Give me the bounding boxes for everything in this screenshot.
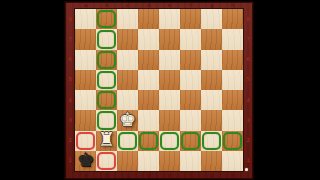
rank-label-6: 6 xyxy=(243,50,253,70)
square-a5[interactable] xyxy=(75,70,96,90)
square-f8[interactable] xyxy=(180,9,201,29)
file-label-f: f xyxy=(180,2,201,9)
file-label-c: c xyxy=(117,171,138,179)
green-move-highlight xyxy=(160,132,179,150)
rank-label-8: 8 xyxy=(243,9,253,29)
square-b4[interactable] xyxy=(96,90,117,110)
square-h3[interactable] xyxy=(222,110,243,130)
square-f1[interactable] xyxy=(180,151,201,171)
file-labels-bottom: abcdefgh xyxy=(75,171,243,179)
rank-label-5: 5 xyxy=(243,70,253,90)
square-c7[interactable] xyxy=(117,29,138,49)
square-b5[interactable] xyxy=(96,70,117,90)
square-g2[interactable] xyxy=(201,131,222,151)
square-g4[interactable] xyxy=(201,90,222,110)
green-move-highlight xyxy=(97,51,116,69)
file-label-f: f xyxy=(180,171,201,179)
square-e5[interactable] xyxy=(159,70,180,90)
square-c8[interactable] xyxy=(117,9,138,29)
square-e3[interactable] xyxy=(159,110,180,130)
square-f7[interactable] xyxy=(180,29,201,49)
rank-label-2: 2 xyxy=(243,131,253,151)
green-move-highlight xyxy=(139,132,158,150)
file-labels-top: abcdefgh xyxy=(75,2,243,9)
rank-label-4: 4 xyxy=(65,90,75,110)
file-label-e: e xyxy=(159,171,180,179)
square-f6[interactable] xyxy=(180,50,201,70)
square-b2[interactable]: ♜ xyxy=(96,131,117,151)
file-label-e: e xyxy=(159,2,180,9)
rank-label-3: 3 xyxy=(243,110,253,130)
frame-corner-dot xyxy=(245,168,248,171)
file-label-d: d xyxy=(138,171,159,179)
square-d4[interactable] xyxy=(138,90,159,110)
green-move-highlight xyxy=(97,91,116,109)
square-h7[interactable] xyxy=(222,29,243,49)
file-label-h: h xyxy=(222,2,243,9)
square-b7[interactable] xyxy=(96,29,117,49)
square-a4[interactable] xyxy=(75,90,96,110)
green-move-highlight xyxy=(97,111,116,129)
square-a8[interactable] xyxy=(75,9,96,29)
square-d2[interactable] xyxy=(138,131,159,151)
square-d1[interactable] xyxy=(138,151,159,171)
rank-label-4: 4 xyxy=(243,90,253,110)
square-e6[interactable] xyxy=(159,50,180,70)
rank-label-2: 2 xyxy=(65,131,75,151)
square-d3[interactable] xyxy=(138,110,159,130)
square-e7[interactable] xyxy=(159,29,180,49)
app-background: abcdefgh abcdefgh 87654321 87654321 ♚♜♚ xyxy=(0,0,320,180)
square-g3[interactable] xyxy=(201,110,222,130)
board-frame: abcdefgh abcdefgh 87654321 87654321 ♚♜♚ xyxy=(65,2,253,179)
file-label-a: a xyxy=(75,171,96,179)
file-label-b: b xyxy=(96,171,117,179)
square-h2[interactable] xyxy=(222,131,243,151)
square-b8[interactable] xyxy=(96,9,117,29)
square-g5[interactable] xyxy=(201,70,222,90)
square-b6[interactable] xyxy=(96,50,117,70)
white-rook[interactable]: ♜ xyxy=(96,129,117,149)
square-a6[interactable] xyxy=(75,50,96,70)
file-label-a: a xyxy=(75,2,96,9)
rank-label-1: 1 xyxy=(65,151,75,171)
square-c3[interactable]: ♚ xyxy=(117,110,138,130)
square-b1[interactable] xyxy=(96,151,117,171)
file-label-h: h xyxy=(222,171,243,179)
rank-label-8: 8 xyxy=(65,9,75,29)
square-d5[interactable] xyxy=(138,70,159,90)
green-move-highlight xyxy=(223,132,242,150)
square-a3[interactable] xyxy=(75,110,96,130)
rank-labels-right: 87654321 xyxy=(243,9,253,171)
file-label-g: g xyxy=(201,171,222,179)
square-f2[interactable] xyxy=(180,131,201,151)
square-e8[interactable] xyxy=(159,9,180,29)
square-c2[interactable] xyxy=(117,131,138,151)
file-label-b: b xyxy=(96,2,117,9)
file-label-c: c xyxy=(117,2,138,9)
square-h4[interactable] xyxy=(222,90,243,110)
square-f5[interactable] xyxy=(180,70,201,90)
square-c1[interactable] xyxy=(117,151,138,171)
square-c6[interactable] xyxy=(117,50,138,70)
square-f3[interactable] xyxy=(180,110,201,130)
square-e4[interactable] xyxy=(159,90,180,110)
green-move-highlight xyxy=(97,30,116,48)
square-a1[interactable]: ♚ xyxy=(75,151,96,171)
square-h5[interactable] xyxy=(222,70,243,90)
square-h8[interactable] xyxy=(222,9,243,29)
rank-label-7: 7 xyxy=(65,29,75,49)
square-d7[interactable] xyxy=(138,29,159,49)
chess-board: ♚♜♚ xyxy=(75,9,243,171)
rank-label-5: 5 xyxy=(65,70,75,90)
rank-label-7: 7 xyxy=(243,29,253,49)
square-a7[interactable] xyxy=(75,29,96,49)
green-move-highlight xyxy=(97,10,116,28)
square-d8[interactable] xyxy=(138,9,159,29)
square-f4[interactable] xyxy=(180,90,201,110)
rank-label-6: 6 xyxy=(65,50,75,70)
square-g1[interactable] xyxy=(201,151,222,171)
square-g8[interactable] xyxy=(201,9,222,29)
rank-labels-left: 87654321 xyxy=(65,9,75,171)
square-g6[interactable] xyxy=(201,50,222,70)
green-move-highlight xyxy=(97,71,116,89)
green-move-highlight xyxy=(202,132,221,150)
square-e1[interactable] xyxy=(159,151,180,171)
square-e2[interactable] xyxy=(159,131,180,151)
rank-label-3: 3 xyxy=(65,110,75,130)
black-king[interactable]: ♚ xyxy=(75,149,96,169)
red-move-highlight xyxy=(97,152,116,170)
white-king[interactable]: ♚ xyxy=(117,109,138,129)
green-move-highlight xyxy=(181,132,200,150)
green-move-highlight xyxy=(118,132,137,150)
red-move-highlight xyxy=(76,132,95,150)
square-g7[interactable] xyxy=(201,29,222,49)
file-label-d: d xyxy=(138,2,159,9)
square-d6[interactable] xyxy=(138,50,159,70)
square-h1[interactable] xyxy=(222,151,243,171)
square-h6[interactable] xyxy=(222,50,243,70)
file-label-g: g xyxy=(201,2,222,9)
square-c5[interactable] xyxy=(117,70,138,90)
